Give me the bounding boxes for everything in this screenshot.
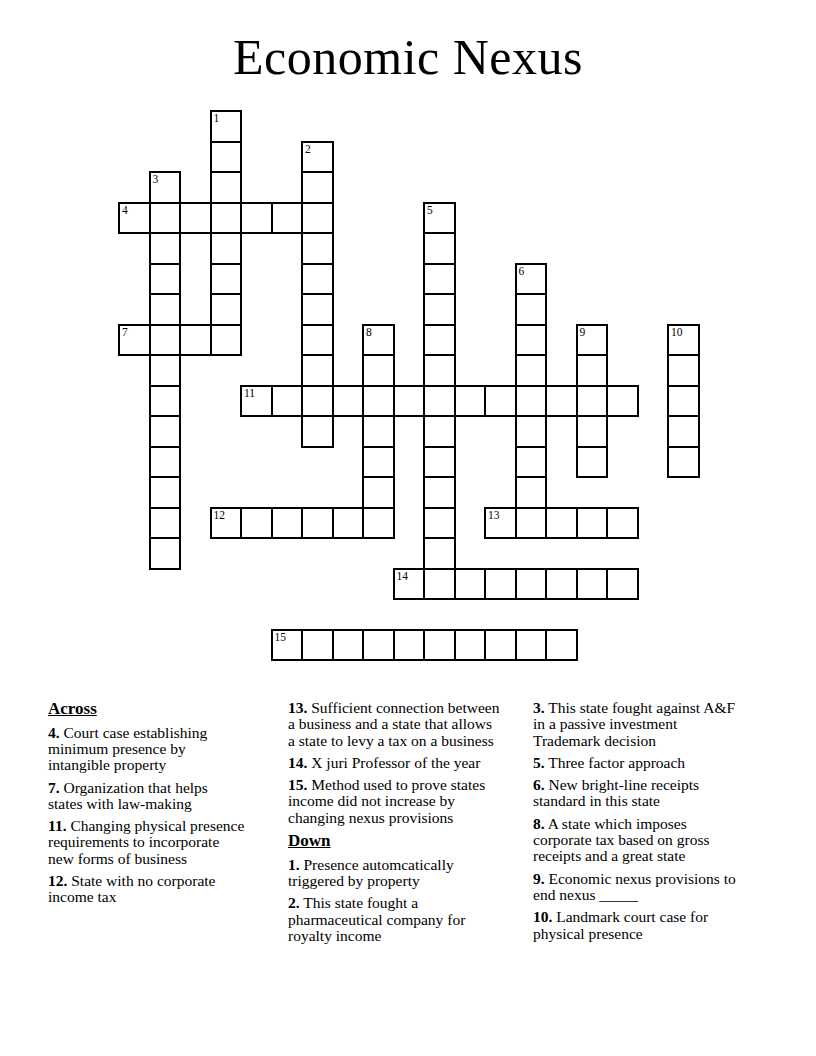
- grid-cell-r11-c15[interactable]: [576, 446, 609, 479]
- grid-cell-r8-c10[interactable]: [423, 354, 456, 387]
- grid-cell-r7-c2[interactable]: [179, 324, 212, 357]
- grid-cell-r7-c10[interactable]: [423, 324, 456, 357]
- grid-cell-r4-c6[interactable]: [301, 232, 334, 265]
- grid-cell-r9-c13[interactable]: [515, 385, 548, 418]
- grid-cell-r2-c1[interactable]: 3: [149, 171, 182, 204]
- grid-cell-r9-c18[interactable]: [667, 385, 700, 418]
- grid-cell-r9-c12[interactable]: [484, 385, 517, 418]
- grid-cell-r8-c13[interactable]: [515, 354, 548, 387]
- down-heading: Down: [288, 832, 502, 851]
- cell-number-13: 13: [488, 509, 500, 521]
- grid-cell-r13-c6[interactable]: [301, 507, 334, 540]
- grid-cell-r3-c3[interactable]: [210, 202, 243, 235]
- grid-cell-r15-c15[interactable]: [576, 568, 609, 601]
- grid-cell-r3-c4[interactable]: [240, 202, 273, 235]
- grid-cell-r9-c6[interactable]: [301, 385, 334, 418]
- clue-a7: 7. Organization that helps states with l…: [48, 780, 246, 813]
- cell-number-14: 14: [397, 570, 409, 582]
- crossword-grid: 123456789101112131415: [118, 110, 700, 661]
- clue-a13: 13. Sufficient connection between a busi…: [288, 700, 502, 749]
- clue-d6: 6. New bright-line receipts standard in …: [533, 777, 745, 810]
- grid-cell-r6-c13[interactable]: [515, 293, 548, 326]
- cell-number-4: 4: [122, 204, 128, 216]
- grid-cell-r13-c7[interactable]: [332, 507, 365, 540]
- grid-cell-r11-c1[interactable]: [149, 446, 182, 479]
- grid-cell-r6-c6[interactable]: [301, 293, 334, 326]
- puzzle-title: Economic Nexus: [0, 28, 816, 86]
- grid-cell-r9-c10[interactable]: [423, 385, 456, 418]
- grid-cell-r7-c15[interactable]: 9: [576, 324, 609, 357]
- grid-cell-r15-c9[interactable]: 14: [393, 568, 426, 601]
- grid-cell-r10-c1[interactable]: [149, 415, 182, 448]
- clue-column-2: 13. Sufficient connection between a busi…: [288, 700, 502, 950]
- grid-cell-r13-c8[interactable]: [362, 507, 395, 540]
- grid-cell-r1-c6[interactable]: 2: [301, 141, 334, 174]
- grid-cell-r13-c16[interactable]: [606, 507, 639, 540]
- grid-cell-r13-c10[interactable]: [423, 507, 456, 540]
- grid-cell-r15-c10[interactable]: [423, 568, 456, 601]
- grid-cell-r8-c18[interactable]: [667, 354, 700, 387]
- grid-cell-r10-c6[interactable]: [301, 415, 334, 448]
- clue-d10: 10. Landmark court case for physical pre…: [533, 909, 745, 942]
- grid-cell-r2-c3[interactable]: [210, 171, 243, 204]
- grid-cell-r11-c10[interactable]: [423, 446, 456, 479]
- cell-number-11: 11: [244, 387, 255, 399]
- grid-cell-r7-c6[interactable]: [301, 324, 334, 357]
- grid-cell-r13-c4[interactable]: [240, 507, 273, 540]
- grid-cell-r8-c6[interactable]: [301, 354, 334, 387]
- grid-cell-r12-c8[interactable]: [362, 476, 395, 509]
- grid-cell-r17-c9[interactable]: [393, 629, 426, 662]
- cell-number-15: 15: [275, 631, 287, 643]
- grid-cell-r15-c12[interactable]: [484, 568, 517, 601]
- grid-cell-r5-c6[interactable]: [301, 263, 334, 296]
- grid-cell-r4-c1[interactable]: [149, 232, 182, 265]
- grid-cell-r10-c18[interactable]: [667, 415, 700, 448]
- grid-cell-r14-c10[interactable]: [423, 537, 456, 570]
- grid-cell-r9-c15[interactable]: [576, 385, 609, 418]
- grid-cell-r13-c1[interactable]: [149, 507, 182, 540]
- grid-cell-r11-c13[interactable]: [515, 446, 548, 479]
- grid-cell-r0-c3[interactable]: 1: [210, 110, 243, 143]
- grid-cell-r9-c1[interactable]: [149, 385, 182, 418]
- clue-d1: 1. Presence automcatically triggered by …: [288, 857, 502, 890]
- grid-cell-r12-c13[interactable]: [515, 476, 548, 509]
- grid-cell-r9-c5[interactable]: [271, 385, 304, 418]
- clue-a15: 15. Method used to prove states income d…: [288, 777, 502, 826]
- grid-cell-r7-c13[interactable]: [515, 324, 548, 357]
- cell-number-9: 9: [580, 326, 586, 338]
- grid-cell-r10-c13[interactable]: [515, 415, 548, 448]
- grid-cell-r12-c1[interactable]: [149, 476, 182, 509]
- cell-number-3: 3: [153, 173, 159, 185]
- grid-cell-r17-c12[interactable]: [484, 629, 517, 662]
- grid-cell-r9-c7[interactable]: [332, 385, 365, 418]
- grid-cell-r3-c2[interactable]: [179, 202, 212, 235]
- grid-cell-r17-c13[interactable]: [515, 629, 548, 662]
- grid-cell-r10-c8[interactable]: [362, 415, 395, 448]
- clue-d3: 3. This state fought against A&F in a pa…: [533, 700, 745, 749]
- cell-number-7: 7: [122, 326, 128, 338]
- cell-number-2: 2: [305, 143, 311, 155]
- grid-cell-r5-c3[interactable]: [210, 263, 243, 296]
- grid-cell-r3-c5[interactable]: [271, 202, 304, 235]
- grid-cell-r9-c4[interactable]: 11: [240, 385, 273, 418]
- grid-cell-r7-c18[interactable]: 10: [667, 324, 700, 357]
- grid-cell-r3-c10[interactable]: 5: [423, 202, 456, 235]
- grid-cell-r13-c5[interactable]: [271, 507, 304, 540]
- grid-cell-r9-c9[interactable]: [393, 385, 426, 418]
- grid-cell-r7-c1[interactable]: [149, 324, 182, 357]
- grid-cell-r9-c14[interactable]: [545, 385, 578, 418]
- grid-cell-r4-c3[interactable]: [210, 232, 243, 265]
- grid-cell-r1-c3[interactable]: [210, 141, 243, 174]
- grid-cell-r17-c8[interactable]: [362, 629, 395, 662]
- clue-a11: 11. Changing physical presence requireme…: [48, 818, 246, 867]
- grid-cell-r17-c10[interactable]: [423, 629, 456, 662]
- clue-d2: 2. This state fought a pharmaceutical co…: [288, 895, 502, 944]
- grid-cell-r17-c6[interactable]: [301, 629, 334, 662]
- clue-column-1: Across4. Court case establishing minimum…: [48, 700, 246, 912]
- grid-cell-r15-c16[interactable]: [606, 568, 639, 601]
- grid-cell-r9-c8[interactable]: [362, 385, 395, 418]
- grid-cell-r13-c14[interactable]: [545, 507, 578, 540]
- clue-a12: 12. State with no corporate income tax: [48, 873, 246, 906]
- grid-cell-r11-c8[interactable]: [362, 446, 395, 479]
- clue-d9: 9. Economic nexus provisions to end nexu…: [533, 871, 745, 904]
- grid-cell-r14-c1[interactable]: [149, 537, 182, 570]
- grid-cell-r6-c10[interactable]: [423, 293, 456, 326]
- clue-d5: 5. Three factor approach: [533, 755, 745, 771]
- grid-cell-r2-c6[interactable]: [301, 171, 334, 204]
- grid-cell-r13-c13[interactable]: [515, 507, 548, 540]
- grid-cell-r15-c13[interactable]: [515, 568, 548, 601]
- grid-cell-r3-c0[interactable]: 4: [118, 202, 151, 235]
- across-heading: Across: [48, 700, 246, 719]
- grid-cell-r7-c8[interactable]: 8: [362, 324, 395, 357]
- cell-number-6: 6: [519, 265, 525, 277]
- cell-number-8: 8: [366, 326, 372, 338]
- cell-number-10: 10: [671, 326, 683, 338]
- grid-cell-r11-c18[interactable]: [667, 446, 700, 479]
- grid-cell-r8-c1[interactable]: [149, 354, 182, 387]
- clue-d8: 8. A state which imposes corporate tax b…: [533, 816, 745, 865]
- grid-cell-r8-c8[interactable]: [362, 354, 395, 387]
- grid-cell-r15-c11[interactable]: [454, 568, 487, 601]
- grid-cell-r13-c12[interactable]: 13: [484, 507, 517, 540]
- grid-cell-r9-c11[interactable]: [454, 385, 487, 418]
- grid-cell-r5-c1[interactable]: [149, 263, 182, 296]
- grid-cell-r7-c3[interactable]: [210, 324, 243, 357]
- grid-cell-r5-c10[interactable]: [423, 263, 456, 296]
- grid-cell-r7-c0[interactable]: 7: [118, 324, 151, 357]
- grid-cell-r12-c10[interactable]: [423, 476, 456, 509]
- cell-number-12: 12: [214, 509, 226, 521]
- grid-cell-r3-c6[interactable]: [301, 202, 334, 235]
- grid-cell-r17-c11[interactable]: [454, 629, 487, 662]
- grid-cell-r10-c15[interactable]: [576, 415, 609, 448]
- grid-cell-r6-c3[interactable]: [210, 293, 243, 326]
- grid-cell-r4-c10[interactable]: [423, 232, 456, 265]
- clue-a14: 14. X juri Professor of the year: [288, 755, 502, 771]
- grid-cell-r13-c15[interactable]: [576, 507, 609, 540]
- grid-cell-r9-c16[interactable]: [606, 385, 639, 418]
- grid-cell-r5-c13[interactable]: 6: [515, 263, 548, 296]
- cell-number-1: 1: [214, 112, 220, 124]
- grid-cell-r17-c5[interactable]: 15: [271, 629, 304, 662]
- grid-cell-r15-c14[interactable]: [545, 568, 578, 601]
- grid-cell-r13-c3[interactable]: 12: [210, 507, 243, 540]
- grid-cell-r3-c1[interactable]: [149, 202, 182, 235]
- clue-column-3: 3. This state fought against A&F in a pa…: [533, 700, 745, 948]
- clue-a4: 4. Court case establishing minimum prese…: [48, 725, 246, 774]
- grid-cell-r10-c10[interactable]: [423, 415, 456, 448]
- cell-number-5: 5: [427, 204, 433, 216]
- grid-cell-r17-c14[interactable]: [545, 629, 578, 662]
- grid-cell-r17-c7[interactable]: [332, 629, 365, 662]
- grid-cell-r6-c1[interactable]: [149, 293, 182, 326]
- grid-cell-r8-c15[interactable]: [576, 354, 609, 387]
